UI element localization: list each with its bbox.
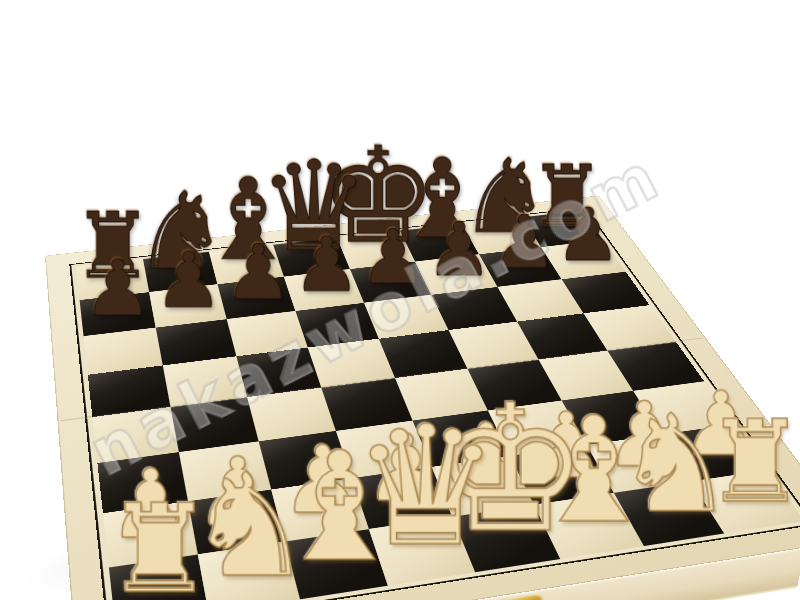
black-p-glyph: ♟ (83, 250, 152, 327)
black-p-glyph: ♟ (154, 242, 223, 319)
product-photo-scene: ♜♞♝♛♚♝♞♜♟♟♟♟♟♟♟♟♟♟♟♟♟♟♟♟♜♞♝♛♚♝♞♜ nakazwo… (0, 0, 800, 600)
white-r-glyph: ♜ (105, 489, 215, 600)
black-p-glyph: ♟ (292, 227, 360, 302)
board-surface: ♜♞♝♛♚♝♞♜♟♟♟♟♟♟♟♟♟♟♟♟♟♟♟♟♜♞♝♛♚♝♞♜ (45, 196, 800, 600)
square-a7: ♟ (80, 292, 156, 336)
square-a1: ♜ (109, 555, 209, 600)
board-frame: ♜♞♝♛♚♝♞♜♟♟♟♟♟♟♟♟♟♟♟♟♟♟♟♟♜♞♝♛♚♝♞♜ (69, 207, 800, 600)
black-p-glyph: ♟ (555, 199, 620, 272)
black-p-glyph: ♟ (491, 205, 557, 279)
square-a6 (84, 327, 163, 374)
square-b7: ♟ (149, 284, 226, 327)
black-p-glyph: ♟ (360, 220, 427, 295)
black-p-glyph: ♟ (224, 234, 292, 310)
black-p-glyph: ♟ (426, 213, 492, 287)
chess-board-box: ♜♞♝♛♚♝♞♜♟♟♟♟♟♟♟♟♟♟♟♟♟♟♟♟♜♞♝♛♚♝♞♜ (45, 196, 800, 600)
